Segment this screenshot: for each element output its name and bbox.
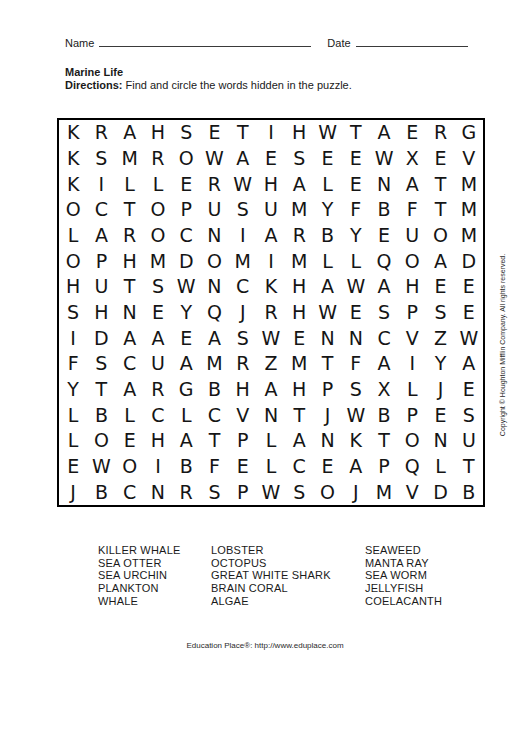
grid-cell-r15c4[interactable]: N: [144, 479, 172, 505]
grid-cell-r2c8[interactable]: E: [257, 146, 285, 172]
grid-cell-r7c8[interactable]: K: [257, 274, 285, 300]
grid-cell-r13c6[interactable]: T: [200, 428, 228, 454]
grid-cell-r4c14[interactable]: T: [426, 197, 454, 223]
grid-cell-r2c15[interactable]: V: [455, 146, 483, 172]
grid-cell-r3c5[interactable]: E: [172, 171, 200, 197]
word-list-item: COELACANTH: [365, 595, 442, 608]
grid-cell-r1c15[interactable]: G: [455, 120, 483, 146]
grid-cell-r5c13[interactable]: U: [398, 223, 426, 249]
grid-cell-r15c5[interactable]: R: [172, 479, 200, 505]
grid-cell-r9c13[interactable]: V: [398, 325, 426, 351]
grid-cell-r13c2[interactable]: O: [87, 428, 115, 454]
grid-cell-r3c15[interactable]: M: [455, 171, 483, 197]
grid-cell-r4c12[interactable]: B: [370, 197, 398, 223]
grid-cell-r2c12[interactable]: W: [370, 146, 398, 172]
grid-cell-r10c2[interactable]: S: [87, 351, 115, 377]
grid-cell-r15c1[interactable]: J: [59, 479, 87, 505]
word-list-column-1: KILLER WHALESEA OTTERSEA URCHINPLANKTONW…: [98, 544, 180, 608]
grid-cell-r14c7[interactable]: E: [229, 454, 257, 480]
grid-cell-r10c9[interactable]: M: [285, 351, 313, 377]
grid-cell-r2c10[interactable]: E: [313, 146, 341, 172]
grid-cell-r3c4[interactable]: L: [144, 171, 172, 197]
grid-cell-r5c12[interactable]: E: [370, 223, 398, 249]
grid-cell-r12c2[interactable]: B: [87, 402, 115, 428]
name-label: Name: [65, 37, 94, 49]
grid-cell-r14c4[interactable]: I: [144, 454, 172, 480]
directions: Directions: Find and circle the words hi…: [65, 79, 352, 91]
grid-cell-r6c10[interactable]: L: [313, 248, 341, 274]
grid-cell-r12c11[interactable]: W: [342, 402, 370, 428]
grid-cell-r15c9[interactable]: S: [285, 479, 313, 505]
grid-cell-r11c13[interactable]: L: [398, 377, 426, 403]
grid-cell-r4c3[interactable]: T: [116, 197, 144, 223]
grid-cell-r14c10[interactable]: E: [313, 454, 341, 480]
grid-cell-r2c13[interactable]: X: [398, 146, 426, 172]
grid-cell-r9c8[interactable]: W: [257, 325, 285, 351]
grid-cell-r6c15[interactable]: D: [455, 248, 483, 274]
grid-cell-r9c11[interactable]: N: [342, 325, 370, 351]
grid-cell-r3c7[interactable]: W: [229, 171, 257, 197]
grid-cell-r9c3[interactable]: A: [116, 325, 144, 351]
grid-cell-r4c15[interactable]: M: [455, 197, 483, 223]
name-input-line[interactable]: [99, 36, 311, 47]
grid-cell-r11c2[interactable]: T: [87, 377, 115, 403]
directions-label: Directions:: [65, 79, 122, 91]
date-input-line[interactable]: [356, 36, 468, 47]
grid-cell-r1c7[interactable]: T: [229, 120, 257, 146]
grid-cell-r5c15[interactable]: M: [455, 223, 483, 249]
grid-cell-r5c6[interactable]: N: [200, 223, 228, 249]
grid-cell-r6c4[interactable]: M: [144, 248, 172, 274]
grid-cell-r5c10[interactable]: B: [313, 223, 341, 249]
grid-cell-r13c14[interactable]: N: [426, 428, 454, 454]
grid-cell-r2c3[interactable]: M: [116, 146, 144, 172]
grid-cell-r10c12[interactable]: A: [370, 351, 398, 377]
grid-cell-r12c1[interactable]: L: [59, 402, 87, 428]
grid-cell-r11c3[interactable]: A: [116, 377, 144, 403]
grid-cell-r13c13[interactable]: O: [398, 428, 426, 454]
grid-cell-r7c7[interactable]: C: [229, 274, 257, 300]
grid-cell-r7c12[interactable]: A: [370, 274, 398, 300]
grid-cell-r13c3[interactable]: E: [116, 428, 144, 454]
grid-cell-r9c1[interactable]: I: [59, 325, 87, 351]
grid-cell-r1c8[interactable]: I: [257, 120, 285, 146]
grid-cell-r6c6[interactable]: O: [200, 248, 228, 274]
grid-cell-r1c6[interactable]: E: [200, 120, 228, 146]
grid-cell-r7c13[interactable]: H: [398, 274, 426, 300]
grid-cell-r2c14[interactable]: E: [426, 146, 454, 172]
grid-cell-r1c2[interactable]: R: [87, 120, 115, 146]
grid-cell-r6c2[interactable]: P: [87, 248, 115, 274]
grid-cell-r12c14[interactable]: E: [426, 402, 454, 428]
grid-cell-r15c7[interactable]: P: [229, 479, 257, 505]
grid-cell-r5c7[interactable]: I: [229, 223, 257, 249]
grid-cell-r1c3[interactable]: A: [116, 120, 144, 146]
grid-cell-r10c11[interactable]: F: [342, 351, 370, 377]
grid-cell-r15c3[interactable]: C: [116, 479, 144, 505]
grid-cell-r2c2[interactable]: S: [87, 146, 115, 172]
grid-cell-r8c6[interactable]: Q: [200, 300, 228, 326]
grid-cell-r3c13[interactable]: A: [398, 171, 426, 197]
grid-cell-r6c5[interactable]: D: [172, 248, 200, 274]
grid-cell-r11c5[interactable]: G: [172, 377, 200, 403]
grid-cell-r11c8[interactable]: A: [257, 377, 285, 403]
grid-cell-r11c6[interactable]: B: [200, 377, 228, 403]
word-list-item: MANTA RAY: [365, 557, 442, 570]
grid-cell-r12c13[interactable]: P: [398, 402, 426, 428]
grid-cell-r10c14[interactable]: Y: [426, 351, 454, 377]
grid-cell-r11c12[interactable]: X: [370, 377, 398, 403]
grid-cell-r6c12[interactable]: Q: [370, 248, 398, 274]
grid-cell-r14c11[interactable]: A: [342, 454, 370, 480]
grid-cell-r4c6[interactable]: U: [200, 197, 228, 223]
grid-cell-r14c14[interactable]: L: [426, 454, 454, 480]
grid-cell-r11c1[interactable]: Y: [59, 377, 87, 403]
grid-cell-r5c14[interactable]: O: [426, 223, 454, 249]
grid-cell-r10c10[interactable]: T: [313, 351, 341, 377]
grid-cell-r15c10[interactable]: O: [313, 479, 341, 505]
grid-cell-r11c11[interactable]: S: [342, 377, 370, 403]
grid-cell-r15c2[interactable]: B: [87, 479, 115, 505]
grid-cell-r13c12[interactable]: T: [370, 428, 398, 454]
grid-cell-r1c12[interactable]: A: [370, 120, 398, 146]
grid-cell-r14c15[interactable]: T: [455, 454, 483, 480]
grid-cell-r5c9[interactable]: R: [285, 223, 313, 249]
grid-cell-r15c13[interactable]: V: [398, 479, 426, 505]
grid-cell-r8c7[interactable]: J: [229, 300, 257, 326]
grid-cell-r11c10[interactable]: P: [313, 377, 341, 403]
name-date-row: Name Date: [65, 36, 468, 49]
grid-cell-r8c10[interactable]: W: [313, 300, 341, 326]
grid-cell-r2c1[interactable]: K: [59, 146, 87, 172]
word-list-item: LOBSTER: [211, 544, 331, 557]
grid-cell-r14c9[interactable]: C: [285, 454, 313, 480]
grid-cell-r6c1[interactable]: O: [59, 248, 87, 274]
grid-cell-r15c11[interactable]: J: [342, 479, 370, 505]
grid-cell-r12c8[interactable]: N: [257, 402, 285, 428]
grid-cell-r3c3[interactable]: L: [116, 171, 144, 197]
word-list-item: SEA URCHIN: [98, 569, 180, 582]
grid-cell-r7c11[interactable]: W: [342, 274, 370, 300]
grid-cell-r8c3[interactable]: N: [116, 300, 144, 326]
grid-cell-r8c11[interactable]: E: [342, 300, 370, 326]
footer-credit: Education Place®: http://www.eduplace.co…: [0, 641, 530, 650]
grid-cell-r5c2[interactable]: A: [87, 223, 115, 249]
grid-cell-r14c13[interactable]: Q: [398, 454, 426, 480]
grid-cell-r7c14[interactable]: E: [426, 274, 454, 300]
grid-cell-r3c12[interactable]: N: [370, 171, 398, 197]
grid-cell-r13c10[interactable]: N: [313, 428, 341, 454]
grid-cell-r9c15[interactable]: W: [455, 325, 483, 351]
grid-cell-r14c6[interactable]: F: [200, 454, 228, 480]
grid-cell-r14c12[interactable]: P: [370, 454, 398, 480]
grid-cell-r2c5[interactable]: O: [172, 146, 200, 172]
word-search-grid: KRAHSETIHWTAERGKSMROWAESEEWXEVKILLERWHAL…: [57, 118, 485, 507]
grid-cell-r3c1[interactable]: K: [59, 171, 87, 197]
word-list-item: BRAIN CORAL: [211, 582, 331, 595]
grid-cell-r8c14[interactable]: S: [426, 300, 454, 326]
grid-cell-r13c1[interactable]: L: [59, 428, 87, 454]
grid-cell-r12c3[interactable]: L: [116, 402, 144, 428]
grid-cell-r10c15[interactable]: A: [455, 351, 483, 377]
grid-cell-r11c14[interactable]: J: [426, 377, 454, 403]
grid-cell-r3c6[interactable]: R: [200, 171, 228, 197]
grid-cell-r15c14[interactable]: D: [426, 479, 454, 505]
grid-cell-r1c5[interactable]: S: [172, 120, 200, 146]
grid-cell-r9c2[interactable]: D: [87, 325, 115, 351]
grid-cell-r10c5[interactable]: A: [172, 351, 200, 377]
grid-cell-r4c10[interactable]: Y: [313, 197, 341, 223]
word-list-item: SEA WORM: [365, 569, 442, 582]
grid-cell-r14c3[interactable]: O: [116, 454, 144, 480]
grid-cell-r9c6[interactable]: A: [200, 325, 228, 351]
word-list-column-3: SEAWEEDMANTA RAYSEA WORMJELLYFISHCOELACA…: [365, 544, 442, 608]
grid-cell-r15c8[interactable]: W: [257, 479, 285, 505]
grid-cell-r13c5[interactable]: A: [172, 428, 200, 454]
grid-cell-r9c14[interactable]: Z: [426, 325, 454, 351]
grid-cell-r7c4[interactable]: S: [144, 274, 172, 300]
grid-cell-r5c3[interactable]: R: [116, 223, 144, 249]
grid-cell-r12c6[interactable]: C: [200, 402, 228, 428]
grid-cell-r10c7[interactable]: R: [229, 351, 257, 377]
grid-cell-r8c13[interactable]: P: [398, 300, 426, 326]
grid-cell-r12c5[interactable]: L: [172, 402, 200, 428]
grid-cell-r5c4[interactable]: O: [144, 223, 172, 249]
grid-cell-r5c1[interactable]: L: [59, 223, 87, 249]
grid-cell-r11c7[interactable]: H: [229, 377, 257, 403]
word-list-item: JELLYFISH: [365, 582, 442, 595]
word-list-item: SEA OTTER: [98, 557, 180, 570]
grid-cell-r11c15[interactable]: E: [455, 377, 483, 403]
grid-cell-r2c9[interactable]: S: [285, 146, 313, 172]
grid-cell-r10c3[interactable]: C: [116, 351, 144, 377]
grid-cell-r6c14[interactable]: A: [426, 248, 454, 274]
grid-cell-r15c6[interactable]: S: [200, 479, 228, 505]
copyright-notice: Copyright © Houghton Mifflin Company. Al…: [499, 254, 506, 436]
grid-cell-r12c15[interactable]: S: [455, 402, 483, 428]
grid-cell-r14c1[interactable]: E: [59, 454, 87, 480]
grid-cell-r4c11[interactable]: F: [342, 197, 370, 223]
grid-cell-r4c9[interactable]: M: [285, 197, 313, 223]
word-list-item: SEAWEED: [365, 544, 442, 557]
grid-cell-r6c3[interactable]: H: [116, 248, 144, 274]
word-list-item: KILLER WHALE: [98, 544, 180, 557]
grid-cell-r14c5[interactable]: B: [172, 454, 200, 480]
grid-cell-r9c12[interactable]: C: [370, 325, 398, 351]
date-label: Date: [327, 37, 350, 49]
grid-cell-r14c8[interactable]: L: [257, 454, 285, 480]
grid-cell-r10c6[interactable]: M: [200, 351, 228, 377]
grid-cell-r9c10[interactable]: N: [313, 325, 341, 351]
grid-cell-r9c4[interactable]: A: [144, 325, 172, 351]
word-list-column-2: LOBSTEROCTOPUSGREAT WHITE SHARKBRAIN COR…: [211, 544, 331, 608]
grid-cell-r1c10[interactable]: W: [313, 120, 341, 146]
grid-cell-r12c4[interactable]: C: [144, 402, 172, 428]
grid-cell-r7c2[interactable]: U: [87, 274, 115, 300]
grid-cell-r4c8[interactable]: U: [257, 197, 285, 223]
word-list-item: ALGAE: [211, 595, 331, 608]
grid-cell-r1c14[interactable]: R: [426, 120, 454, 146]
grid-cell-r12c7[interactable]: V: [229, 402, 257, 428]
grid-cell-r8c12[interactable]: S: [370, 300, 398, 326]
grid-cell-r3c8[interactable]: H: [257, 171, 285, 197]
grid-cell-r1c9[interactable]: H: [285, 120, 313, 146]
grid-cell-r6c9[interactable]: M: [285, 248, 313, 274]
grid-cell-r4c1[interactable]: O: [59, 197, 87, 223]
grid-cell-r3c11[interactable]: E: [342, 171, 370, 197]
grid-cell-r5c11[interactable]: Y: [342, 223, 370, 249]
grid-cell-r5c5[interactable]: C: [172, 223, 200, 249]
grid-cell-r2c11[interactable]: E: [342, 146, 370, 172]
grid-cell-r11c4[interactable]: R: [144, 377, 172, 403]
grid-cell-r13c15[interactable]: U: [455, 428, 483, 454]
grid-cell-r3c9[interactable]: A: [285, 171, 313, 197]
grid-cell-r2c6[interactable]: W: [200, 146, 228, 172]
grid-cell-r9c7[interactable]: S: [229, 325, 257, 351]
grid-cell-r8c15[interactable]: E: [455, 300, 483, 326]
grid-cell-r9c5[interactable]: E: [172, 325, 200, 351]
grid-cell-r2c4[interactable]: R: [144, 146, 172, 172]
grid-cell-r10c4[interactable]: U: [144, 351, 172, 377]
word-list-item: GREAT WHITE SHARK: [211, 569, 331, 582]
grid-cell-r8c5[interactable]: Y: [172, 300, 200, 326]
grid-cell-r4c2[interactable]: C: [87, 197, 115, 223]
grid-cell-r8c4[interactable]: E: [144, 300, 172, 326]
grid-cell-r3c2[interactable]: I: [87, 171, 115, 197]
grid-cell-r7c5[interactable]: W: [172, 274, 200, 300]
grid-cell-r10c8[interactable]: Z: [257, 351, 285, 377]
grid-cell-r6c8[interactable]: I: [257, 248, 285, 274]
grid-cell-r13c11[interactable]: K: [342, 428, 370, 454]
grid-cell-r4c13[interactable]: F: [398, 197, 426, 223]
grid-cell-r10c1[interactable]: F: [59, 351, 87, 377]
grid-cell-r12c12[interactable]: B: [370, 402, 398, 428]
word-list-item: WHALE: [98, 595, 180, 608]
grid-cell-r13c7[interactable]: P: [229, 428, 257, 454]
grid-cell-r3c14[interactable]: T: [426, 171, 454, 197]
grid-cell-r10c13[interactable]: I: [398, 351, 426, 377]
word-list-item: PLANKTON: [98, 582, 180, 595]
grid-cell-r6c7[interactable]: M: [229, 248, 257, 274]
grid-cell-r13c9[interactable]: A: [285, 428, 313, 454]
grid-cell-r4c5[interactable]: P: [172, 197, 200, 223]
grid-cell-r1c11[interactable]: T: [342, 120, 370, 146]
grid-cell-r1c1[interactable]: K: [59, 120, 87, 146]
word-list-item: OCTOPUS: [211, 557, 331, 570]
grid-cell-r13c4[interactable]: H: [144, 428, 172, 454]
grid-cell-r15c15[interactable]: B: [455, 479, 483, 505]
grid-cell-r12c10[interactable]: J: [313, 402, 341, 428]
grid-cell-r8c9[interactable]: H: [285, 300, 313, 326]
grid-cell-r8c2[interactable]: H: [87, 300, 115, 326]
grid-cell-r3c10[interactable]: L: [313, 171, 341, 197]
grid-cell-r6c11[interactable]: L: [342, 248, 370, 274]
grid-cell-r8c1[interactable]: S: [59, 300, 87, 326]
grid-cell-r12c9[interactable]: T: [285, 402, 313, 428]
directions-text: Find and circle the words hidden in the …: [122, 79, 351, 91]
grid-cell-r5c8[interactable]: A: [257, 223, 285, 249]
grid-cell-r14c2[interactable]: W: [87, 454, 115, 480]
grid-cell-r1c4[interactable]: H: [144, 120, 172, 146]
grid-cell-r7c6[interactable]: N: [200, 274, 228, 300]
grid-cell-r4c7[interactable]: S: [229, 197, 257, 223]
worksheet-title: Marine Life: [65, 66, 123, 78]
grid-cell-r7c15[interactable]: E: [455, 274, 483, 300]
grid-cell-r7c1[interactable]: H: [59, 274, 87, 300]
grid-cell-r1c13[interactable]: E: [398, 120, 426, 146]
grid-cell-r6c13[interactable]: O: [398, 248, 426, 274]
grid-cell-r8c8[interactable]: R: [257, 300, 285, 326]
grid-cell-r7c9[interactable]: H: [285, 274, 313, 300]
grid-cell-r7c3[interactable]: T: [116, 274, 144, 300]
grid-cell-r2c7[interactable]: A: [229, 146, 257, 172]
grid-cell-r7c10[interactable]: A: [313, 274, 341, 300]
grid-cell-r15c12[interactable]: M: [370, 479, 398, 505]
grid-cell-r9c9[interactable]: E: [285, 325, 313, 351]
grid-cell-r4c4[interactable]: O: [144, 197, 172, 223]
grid-cell-r11c9[interactable]: H: [285, 377, 313, 403]
grid-cell-r13c8[interactable]: L: [257, 428, 285, 454]
